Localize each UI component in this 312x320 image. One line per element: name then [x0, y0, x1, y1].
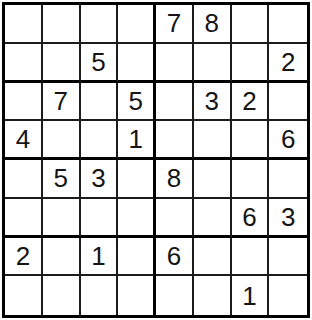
cell-r3c5[interactable] [156, 83, 194, 122]
cell-r6c3[interactable] [81, 199, 119, 238]
cell-r4c2[interactable] [43, 121, 81, 160]
cell-r2c3[interactable]: 5 [81, 44, 119, 83]
cell-r2c8[interactable]: 2 [269, 44, 307, 83]
cell-r3c4[interactable]: 5 [118, 83, 156, 122]
cell-r5c4[interactable] [118, 160, 156, 199]
cell-r1c8[interactable] [269, 5, 307, 44]
cell-r1c3[interactable] [81, 5, 119, 44]
cell-r7c1[interactable]: 2 [5, 238, 43, 277]
cell-r5c6[interactable] [194, 160, 232, 199]
cell-r6c5[interactable] [156, 199, 194, 238]
cell-r5c3[interactable]: 3 [81, 160, 119, 199]
cell-r8c2[interactable] [43, 276, 81, 315]
cell-r3c2[interactable]: 7 [43, 83, 81, 122]
cell-r8c7[interactable]: 1 [232, 276, 270, 315]
cell-r2c7[interactable] [232, 44, 270, 83]
cell-r4c8[interactable]: 6 [269, 121, 307, 160]
cell-r1c1[interactable] [5, 5, 43, 44]
cell-r4c1[interactable]: 4 [5, 121, 43, 160]
cell-r8c4[interactable] [118, 276, 156, 315]
cell-r3c1[interactable] [5, 83, 43, 122]
cell-r2c1[interactable] [5, 44, 43, 83]
cell-r7c7[interactable] [232, 238, 270, 277]
cell-r7c6[interactable] [194, 238, 232, 277]
cell-r1c7[interactable] [232, 5, 270, 44]
cell-r4c6[interactable] [194, 121, 232, 160]
cell-r4c5[interactable] [156, 121, 194, 160]
cell-r5c7[interactable] [232, 160, 270, 199]
cell-r5c5[interactable]: 8 [156, 160, 194, 199]
cell-r8c8[interactable] [269, 276, 307, 315]
cell-r2c2[interactable] [43, 44, 81, 83]
sudoku-page: 78527532416538632161 [0, 0, 312, 320]
cell-r6c6[interactable] [194, 199, 232, 238]
cell-r6c4[interactable] [118, 199, 156, 238]
cell-r6c1[interactable] [5, 199, 43, 238]
cell-r1c6[interactable]: 8 [194, 5, 232, 44]
cell-r8c1[interactable] [5, 276, 43, 315]
cell-r8c3[interactable] [81, 276, 119, 315]
cell-r7c3[interactable]: 1 [81, 238, 119, 277]
cell-r2c4[interactable] [118, 44, 156, 83]
cell-r3c3[interactable] [81, 83, 119, 122]
cell-r7c5[interactable]: 6 [156, 238, 194, 277]
cell-r5c1[interactable] [5, 160, 43, 199]
cell-r3c8[interactable] [269, 83, 307, 122]
cell-r8c5[interactable] [156, 276, 194, 315]
cell-r6c2[interactable] [43, 199, 81, 238]
cell-r1c5[interactable]: 7 [156, 5, 194, 44]
cell-r4c4[interactable]: 1 [118, 121, 156, 160]
cell-r6c8[interactable]: 3 [269, 199, 307, 238]
cell-r7c4[interactable] [118, 238, 156, 277]
sudoku-board: 78527532416538632161 [2, 2, 310, 318]
cell-r5c8[interactable] [269, 160, 307, 199]
cell-r1c2[interactable] [43, 5, 81, 44]
cell-r3c6[interactable]: 3 [194, 83, 232, 122]
cell-r3c7[interactable]: 2 [232, 83, 270, 122]
cell-r5c2[interactable]: 5 [43, 160, 81, 199]
cell-r6c7[interactable]: 6 [232, 199, 270, 238]
cell-r4c7[interactable] [232, 121, 270, 160]
cell-r7c8[interactable] [269, 238, 307, 277]
cell-r2c6[interactable] [194, 44, 232, 83]
cell-r8c6[interactable] [194, 276, 232, 315]
cell-r1c4[interactable] [118, 5, 156, 44]
cell-r4c3[interactable] [81, 121, 119, 160]
cell-r2c5[interactable] [156, 44, 194, 83]
cell-r7c2[interactable] [43, 238, 81, 277]
